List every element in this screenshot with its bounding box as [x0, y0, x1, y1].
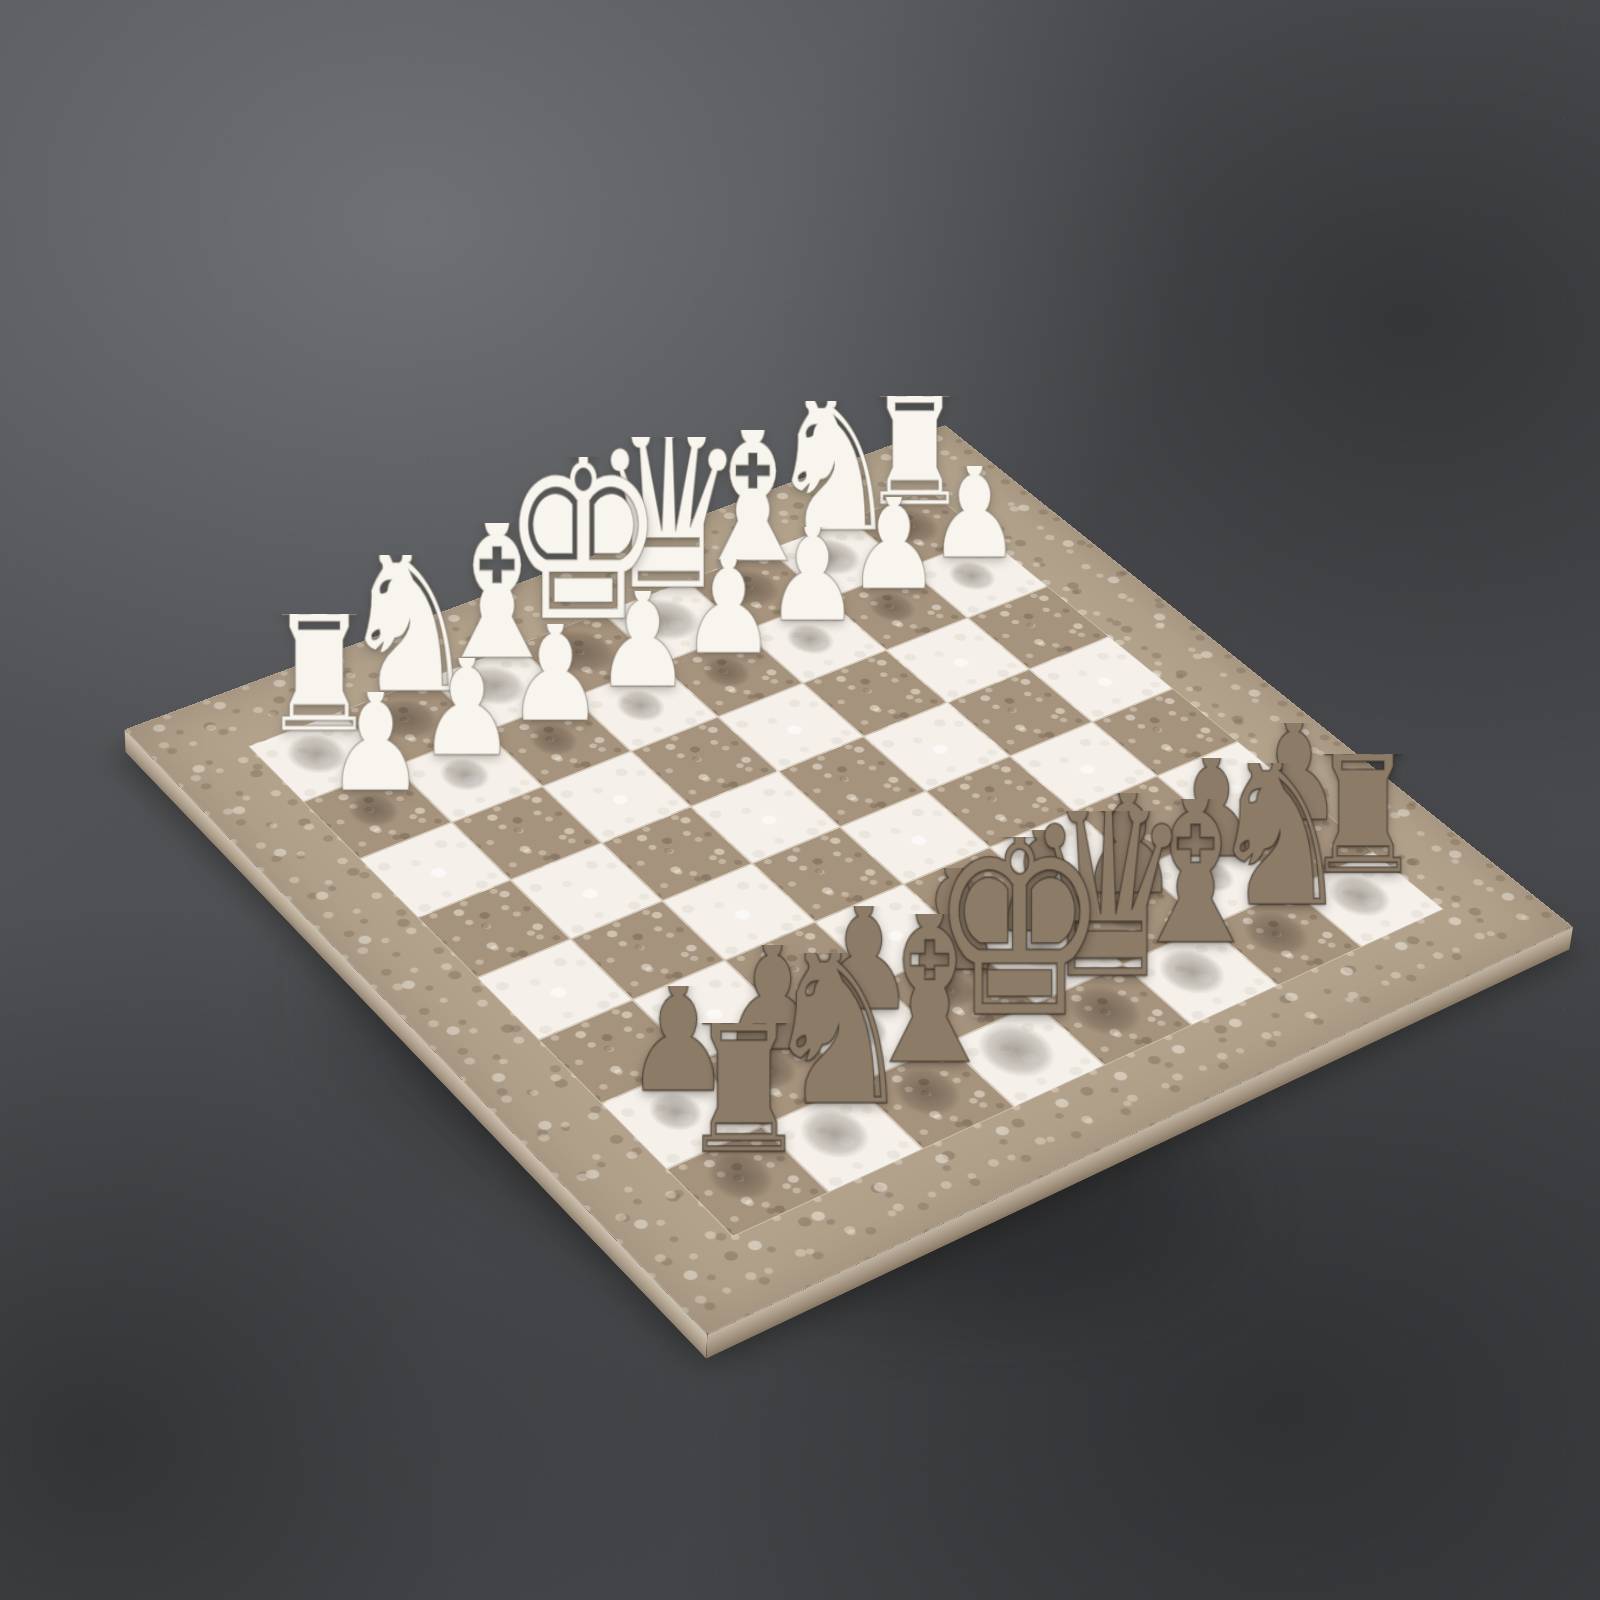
photo-scene: ♜♞♝♛♚♝♞♜♟♟♟♟♟♟♟♟♟♟♟♟♟♟♟♟♜♞♝♛♚♝♞♜ — [0, 0, 1600, 1600]
piece-glyph: ♜ — [673, 1023, 815, 1181]
piece-glyph: ♟ — [321, 692, 430, 813]
